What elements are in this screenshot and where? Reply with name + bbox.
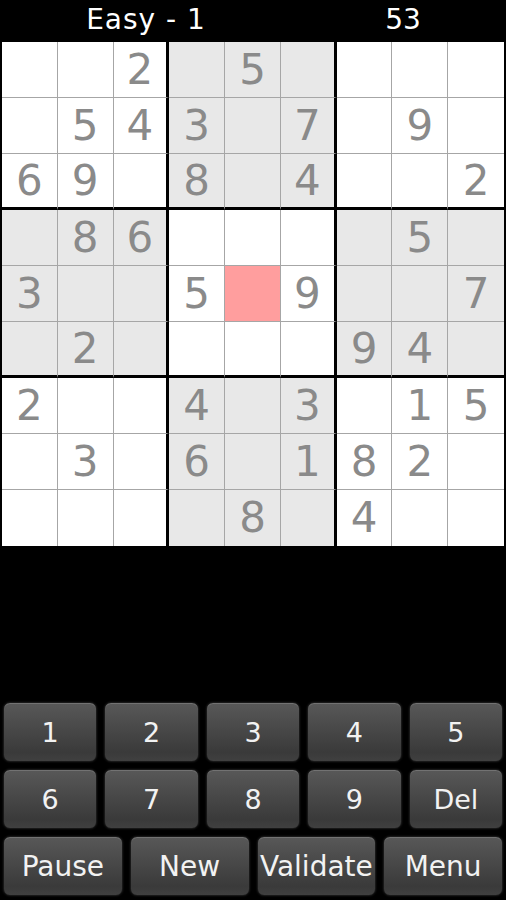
cell-r2c9[interactable] [448, 98, 504, 154]
cell-r3c9[interactable]: 2 [448, 154, 504, 210]
cell-r2c4[interactable]: 3 [169, 98, 225, 154]
cell-r1c6[interactable] [281, 42, 337, 98]
cell-r5c2[interactable] [58, 266, 114, 322]
cell-r8c7[interactable]: 8 [337, 434, 393, 490]
menu-button[interactable]: Menu [383, 836, 503, 896]
cell-r8c5[interactable] [225, 434, 281, 490]
cell-r8c4[interactable]: 6 [169, 434, 225, 490]
cell-r2c6[interactable]: 7 [281, 98, 337, 154]
cell-r3c5[interactable] [225, 154, 281, 210]
cell-r6c7[interactable]: 9 [337, 322, 393, 378]
cell-r2c1[interactable] [2, 98, 58, 154]
cell-r1c3[interactable]: 2 [114, 42, 170, 98]
cell-r2c5[interactable] [225, 98, 281, 154]
cell-r9c9[interactable] [448, 490, 504, 546]
cell-r9c2[interactable] [58, 490, 114, 546]
cell-r9c7[interactable]: 4 [337, 490, 393, 546]
digit-3-button[interactable]: 3 [206, 702, 300, 762]
cell-r4c2[interactable]: 8 [58, 210, 114, 266]
digit-1-button[interactable]: 1 [3, 702, 97, 762]
cell-r8c8[interactable]: 2 [392, 434, 448, 490]
cell-r5c1[interactable]: 3 [2, 266, 58, 322]
cell-r9c3[interactable] [114, 490, 170, 546]
cell-r5c5[interactable] [225, 266, 281, 322]
cell-r4c6[interactable] [281, 210, 337, 266]
cell-r7c9[interactable]: 5 [448, 378, 504, 434]
cell-r3c7[interactable] [337, 154, 393, 210]
digit-7-button[interactable]: 7 [104, 769, 198, 829]
cell-r6c3[interactable] [114, 322, 170, 378]
cell-r5c8[interactable] [392, 266, 448, 322]
cell-r6c2[interactable]: 2 [58, 322, 114, 378]
cell-r8c3[interactable] [114, 434, 170, 490]
cell-r6c8[interactable]: 4 [392, 322, 448, 378]
cell-r5c7[interactable] [337, 266, 393, 322]
cell-r4c1[interactable] [2, 210, 58, 266]
cell-r5c6[interactable]: 9 [281, 266, 337, 322]
sudoku-board: 2554379698428653597294243153618284 [0, 40, 506, 548]
cell-r1c5[interactable]: 5 [225, 42, 281, 98]
cell-r3c6[interactable]: 4 [281, 154, 337, 210]
cell-r3c8[interactable] [392, 154, 448, 210]
delete-button[interactable]: Del [409, 769, 503, 829]
cell-r7c2[interactable] [58, 378, 114, 434]
cell-r4c9[interactable] [448, 210, 504, 266]
cell-r7c5[interactable] [225, 378, 281, 434]
cell-r2c3[interactable]: 4 [114, 98, 170, 154]
cell-r1c2[interactable] [58, 42, 114, 98]
digit-4-button[interactable]: 4 [307, 702, 401, 762]
cell-r7c1[interactable]: 2 [2, 378, 58, 434]
cell-r2c2[interactable]: 5 [58, 98, 114, 154]
timer-label: 53 [330, 3, 476, 36]
cell-r2c7[interactable] [337, 98, 393, 154]
keypad-row-2: 6789Del [0, 769, 506, 829]
cell-r4c8[interactable]: 5 [392, 210, 448, 266]
cell-r6c1[interactable] [2, 322, 58, 378]
digit-8-button[interactable]: 8 [206, 769, 300, 829]
cell-r7c3[interactable] [114, 378, 170, 434]
cell-r4c4[interactable] [169, 210, 225, 266]
cell-r5c9[interactable]: 7 [448, 266, 504, 322]
cell-r1c8[interactable] [392, 42, 448, 98]
cell-r2c8[interactable]: 9 [392, 98, 448, 154]
cell-r8c9[interactable] [448, 434, 504, 490]
cell-r8c2[interactable]: 3 [58, 434, 114, 490]
keypad-row-1: 12345 [0, 702, 506, 762]
cell-r8c1[interactable] [2, 434, 58, 490]
cell-r5c3[interactable] [114, 266, 170, 322]
cell-r7c7[interactable] [337, 378, 393, 434]
digit-5-button[interactable]: 5 [409, 702, 503, 762]
cell-r4c3[interactable]: 6 [114, 210, 170, 266]
cell-r7c6[interactable]: 3 [281, 378, 337, 434]
cell-r9c8[interactable] [392, 490, 448, 546]
cell-r7c4[interactable]: 4 [169, 378, 225, 434]
new-button[interactable]: New [130, 836, 250, 896]
puzzle-difficulty-label: Easy - 1 [0, 3, 292, 36]
cell-r4c5[interactable] [225, 210, 281, 266]
digit-9-button[interactable]: 9 [307, 769, 401, 829]
cell-r3c2[interactable]: 9 [58, 154, 114, 210]
cell-r3c3[interactable] [114, 154, 170, 210]
top-bar: Easy - 1 53 [0, 0, 506, 40]
cell-r1c1[interactable] [2, 42, 58, 98]
cell-r5c4[interactable]: 5 [169, 266, 225, 322]
cell-r1c4[interactable] [169, 42, 225, 98]
cell-r1c7[interactable] [337, 42, 393, 98]
pause-button[interactable]: Pause [3, 836, 123, 896]
keypad: 12345 6789Del PauseNewValidateMenu [0, 702, 506, 900]
digit-6-button[interactable]: 6 [3, 769, 97, 829]
cell-r3c1[interactable]: 6 [2, 154, 58, 210]
cell-r1c9[interactable] [448, 42, 504, 98]
app-screen: Easy - 1 53 2554379698428653597294243153… [0, 0, 506, 900]
cell-r3c4[interactable]: 8 [169, 154, 225, 210]
cell-r9c6[interactable] [281, 490, 337, 546]
cell-r9c1[interactable] [2, 490, 58, 546]
cell-r7c8[interactable]: 1 [392, 378, 448, 434]
cell-r6c9[interactable] [448, 322, 504, 378]
cell-r4c7[interactable] [337, 210, 393, 266]
digit-2-button[interactable]: 2 [104, 702, 198, 762]
keypad-action-row: PauseNewValidateMenu [0, 836, 506, 896]
cell-r8c6[interactable]: 1 [281, 434, 337, 490]
cell-r6c5[interactable] [225, 322, 281, 378]
cell-r6c6[interactable] [281, 322, 337, 378]
cell-r6c4[interactable] [169, 322, 225, 378]
cell-r9c5[interactable]: 8 [225, 490, 281, 546]
validate-button[interactable]: Validate [257, 836, 377, 896]
cell-r9c4[interactable] [169, 490, 225, 546]
